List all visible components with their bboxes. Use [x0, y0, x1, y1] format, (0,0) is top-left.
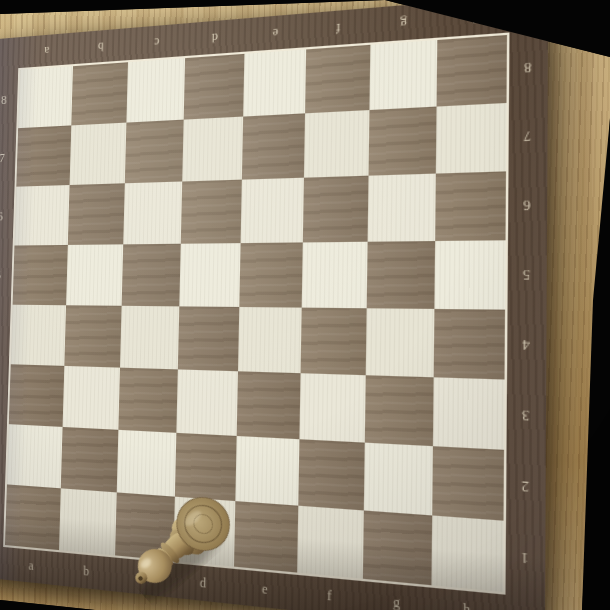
square-e7[interactable] [242, 113, 305, 179]
square-a7[interactable] [16, 125, 71, 186]
rank-label-left-7: 7 [0, 128, 15, 187]
rank-label-left-3: 3 [0, 363, 7, 424]
square-b1[interactable] [59, 488, 117, 555]
square-a4[interactable] [11, 305, 66, 366]
square-d5[interactable] [179, 243, 240, 307]
square-h2[interactable] [432, 446, 504, 521]
square-f8[interactable] [305, 45, 370, 114]
square-a6[interactable] [14, 185, 69, 246]
square-b7[interactable] [70, 123, 127, 185]
square-c4[interactable] [120, 306, 179, 370]
play-area-grid [5, 35, 507, 592]
rank-label-right-3: 3 [509, 380, 542, 452]
square-b4[interactable] [64, 305, 121, 367]
square-a2[interactable] [7, 424, 63, 488]
square-g6[interactable] [368, 174, 436, 242]
file-label-top-g: g [370, 6, 437, 41]
rank-label-right-6: 6 [510, 170, 543, 240]
square-a3[interactable] [9, 364, 65, 427]
square-g4[interactable] [366, 308, 435, 377]
square-c7[interactable] [125, 120, 184, 184]
square-d4[interactable] [178, 306, 239, 371]
square-e8[interactable] [243, 49, 306, 116]
square-e4[interactable] [238, 307, 302, 373]
file-label-bottom-f: f [297, 577, 363, 610]
square-f5[interactable] [302, 242, 368, 309]
square-f2[interactable] [298, 439, 365, 510]
rank-label-right-1: 1 [508, 521, 542, 596]
square-h4[interactable] [434, 309, 505, 380]
square-c6[interactable] [123, 181, 182, 244]
square-g2[interactable] [364, 443, 433, 516]
file-label-bottom-a: a [4, 549, 59, 582]
chessboard: abcdefgh abcdefgh 87654321 87654321 [0, 0, 548, 610]
file-label-bottom-e: e [233, 571, 297, 607]
square-h3[interactable] [433, 377, 505, 450]
file-label-top-c: c [128, 26, 186, 58]
file-label-top-d: d [185, 22, 245, 54]
square-d6[interactable] [181, 180, 242, 244]
rank-label-right-2: 2 [509, 450, 542, 523]
square-f3[interactable] [299, 373, 365, 442]
square-h8[interactable] [437, 35, 507, 107]
file-label-top-e: e [245, 17, 307, 50]
square-b6[interactable] [68, 183, 125, 245]
photo-scene: abcdefgh abcdefgh 87654321 87654321 [0, 0, 610, 610]
square-h1[interactable] [431, 515, 503, 592]
square-e1[interactable] [234, 501, 298, 572]
square-e2[interactable] [235, 436, 299, 506]
square-g8[interactable] [369, 40, 437, 110]
square-h5[interactable] [434, 240, 505, 309]
square-g5[interactable] [367, 241, 435, 309]
file-label-top-a: a [20, 36, 74, 66]
square-a8[interactable] [18, 66, 73, 128]
rank-label-left-4: 4 [0, 304, 9, 364]
square-b8[interactable] [71, 62, 128, 125]
rank-label-right-7: 7 [511, 101, 544, 171]
square-h6[interactable] [435, 171, 506, 241]
file-label-bottom-g: g [362, 584, 431, 610]
square-h7[interactable] [436, 103, 507, 174]
file-label-top-b: b [73, 31, 129, 62]
square-c5[interactable] [122, 244, 181, 307]
square-e5[interactable] [239, 242, 303, 307]
rank-label-right-8: 8 [511, 32, 544, 102]
square-d3[interactable] [176, 369, 238, 436]
square-b2[interactable] [61, 427, 119, 492]
rank-label-right-5: 5 [510, 240, 543, 310]
square-e3[interactable] [237, 371, 301, 439]
file-label-top-f: f [306, 11, 371, 45]
square-c8[interactable] [126, 58, 185, 122]
rank-label-left-5: 5 [0, 246, 11, 305]
square-f7[interactable] [304, 110, 370, 178]
square-a5[interactable] [13, 245, 68, 305]
square-f4[interactable] [301, 308, 367, 376]
square-d7[interactable] [182, 117, 243, 182]
rank-label-left-6: 6 [0, 187, 13, 246]
square-d8[interactable] [184, 54, 245, 120]
file-label-top-h: h [437, 0, 507, 35]
square-g1[interactable] [363, 510, 432, 585]
square-b3[interactable] [63, 366, 120, 430]
square-b5[interactable] [66, 244, 123, 305]
rank-label-left-8: 8 [0, 70, 16, 129]
square-f1[interactable] [297, 506, 364, 579]
square-g7[interactable] [369, 107, 437, 176]
square-g3[interactable] [365, 375, 434, 446]
square-c2[interactable] [117, 430, 177, 497]
square-c3[interactable] [118, 368, 177, 433]
square-e6[interactable] [241, 178, 304, 243]
rank-label-right-4: 4 [510, 310, 543, 381]
square-f6[interactable] [303, 176, 369, 243]
file-label-bottom-b: b [58, 554, 115, 588]
play-area [3, 32, 509, 594]
square-a1[interactable] [5, 484, 61, 550]
